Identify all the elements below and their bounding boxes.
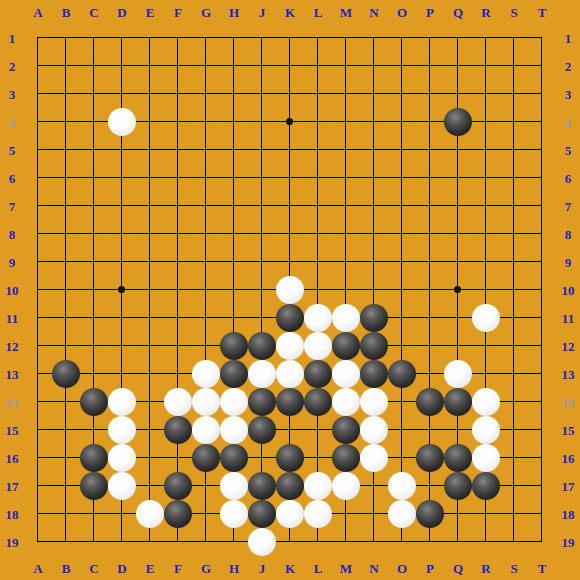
intersection-B16[interactable] [52, 444, 80, 472]
intersection-H13[interactable] [220, 360, 248, 388]
intersection-N12[interactable] [360, 332, 388, 360]
intersection-J17[interactable] [248, 472, 276, 500]
intersection-H10[interactable] [220, 276, 248, 304]
intersection-Q18[interactable] [444, 500, 472, 528]
intersection-P19[interactable] [416, 528, 444, 556]
intersection-J1[interactable] [248, 24, 276, 52]
intersection-P17[interactable] [416, 472, 444, 500]
intersection-G7[interactable] [192, 192, 220, 220]
intersection-L2[interactable] [304, 52, 332, 80]
intersection-D15[interactable] [108, 416, 136, 444]
intersection-N10[interactable] [360, 276, 388, 304]
intersection-P16[interactable] [416, 444, 444, 472]
intersection-F9[interactable] [164, 248, 192, 276]
intersection-K2[interactable] [276, 52, 304, 80]
intersection-J16[interactable] [248, 444, 276, 472]
intersection-P1[interactable] [416, 24, 444, 52]
intersection-K7[interactable] [276, 192, 304, 220]
intersection-N18[interactable] [360, 500, 388, 528]
intersection-M1[interactable] [332, 24, 360, 52]
intersection-P14[interactable] [416, 388, 444, 416]
intersection-T13[interactable] [528, 360, 556, 388]
intersection-H9[interactable] [220, 248, 248, 276]
intersection-K19[interactable] [276, 528, 304, 556]
intersection-L7[interactable] [304, 192, 332, 220]
intersection-B14[interactable] [52, 388, 80, 416]
intersection-A6[interactable] [24, 164, 52, 192]
intersection-F4[interactable] [164, 108, 192, 136]
intersection-A14[interactable] [24, 388, 52, 416]
intersection-E2[interactable] [136, 52, 164, 80]
intersection-K11[interactable] [276, 304, 304, 332]
intersection-N15[interactable] [360, 416, 388, 444]
intersection-J18[interactable] [248, 500, 276, 528]
intersection-F7[interactable] [164, 192, 192, 220]
intersection-G5[interactable] [192, 136, 220, 164]
intersection-E9[interactable] [136, 248, 164, 276]
intersection-M6[interactable] [332, 164, 360, 192]
intersection-P6[interactable] [416, 164, 444, 192]
intersection-G11[interactable] [192, 304, 220, 332]
intersection-E16[interactable] [136, 444, 164, 472]
intersection-F17[interactable] [164, 472, 192, 500]
intersection-E6[interactable] [136, 164, 164, 192]
intersection-K10[interactable] [276, 276, 304, 304]
intersection-B9[interactable] [52, 248, 80, 276]
intersection-N16[interactable] [360, 444, 388, 472]
intersection-N1[interactable] [360, 24, 388, 52]
intersection-A19[interactable] [24, 528, 52, 556]
intersection-F10[interactable] [164, 276, 192, 304]
intersection-F5[interactable] [164, 136, 192, 164]
intersection-M4[interactable] [332, 108, 360, 136]
intersection-B15[interactable] [52, 416, 80, 444]
intersection-B8[interactable] [52, 220, 80, 248]
intersection-M17[interactable] [332, 472, 360, 500]
intersection-H18[interactable] [220, 500, 248, 528]
intersection-L13[interactable] [304, 360, 332, 388]
intersection-E8[interactable] [136, 220, 164, 248]
intersection-Q10[interactable] [444, 276, 472, 304]
intersection-L12[interactable] [304, 332, 332, 360]
intersection-C16[interactable] [80, 444, 108, 472]
intersection-P5[interactable] [416, 136, 444, 164]
intersection-A2[interactable] [24, 52, 52, 80]
intersection-D3[interactable] [108, 80, 136, 108]
intersection-O11[interactable] [388, 304, 416, 332]
intersection-A17[interactable] [24, 472, 52, 500]
intersection-S17[interactable] [500, 472, 528, 500]
intersection-M8[interactable] [332, 220, 360, 248]
intersection-C1[interactable] [80, 24, 108, 52]
intersection-Q14[interactable] [444, 388, 472, 416]
intersection-M14[interactable] [332, 388, 360, 416]
intersection-G4[interactable] [192, 108, 220, 136]
intersection-D10[interactable] [108, 276, 136, 304]
intersection-N7[interactable] [360, 192, 388, 220]
intersection-K9[interactable] [276, 248, 304, 276]
intersection-O9[interactable] [388, 248, 416, 276]
intersection-A9[interactable] [24, 248, 52, 276]
intersection-N13[interactable] [360, 360, 388, 388]
intersection-B2[interactable] [52, 52, 80, 80]
intersection-H12[interactable] [220, 332, 248, 360]
intersection-B5[interactable] [52, 136, 80, 164]
intersection-L18[interactable] [304, 500, 332, 528]
intersection-J7[interactable] [248, 192, 276, 220]
intersection-K17[interactable] [276, 472, 304, 500]
intersection-D8[interactable] [108, 220, 136, 248]
intersection-N4[interactable] [360, 108, 388, 136]
intersection-T14[interactable] [528, 388, 556, 416]
intersection-P12[interactable] [416, 332, 444, 360]
intersection-F8[interactable] [164, 220, 192, 248]
intersection-J4[interactable] [248, 108, 276, 136]
intersection-S5[interactable] [500, 136, 528, 164]
intersection-J15[interactable] [248, 416, 276, 444]
intersection-S9[interactable] [500, 248, 528, 276]
intersection-N11[interactable] [360, 304, 388, 332]
intersection-E13[interactable] [136, 360, 164, 388]
intersection-Q3[interactable] [444, 80, 472, 108]
intersection-A5[interactable] [24, 136, 52, 164]
intersection-S16[interactable] [500, 444, 528, 472]
intersection-F6[interactable] [164, 164, 192, 192]
intersection-O16[interactable] [388, 444, 416, 472]
intersection-B18[interactable] [52, 500, 80, 528]
intersection-Q1[interactable] [444, 24, 472, 52]
intersection-P15[interactable] [416, 416, 444, 444]
intersection-D4[interactable] [108, 108, 136, 136]
intersection-O14[interactable] [388, 388, 416, 416]
intersection-B12[interactable] [52, 332, 80, 360]
intersection-S8[interactable] [500, 220, 528, 248]
intersection-G1[interactable] [192, 24, 220, 52]
intersection-C3[interactable] [80, 80, 108, 108]
intersection-F15[interactable] [164, 416, 192, 444]
intersection-Q9[interactable] [444, 248, 472, 276]
intersection-M13[interactable] [332, 360, 360, 388]
intersection-T16[interactable] [528, 444, 556, 472]
intersection-S19[interactable] [500, 528, 528, 556]
intersection-R18[interactable] [472, 500, 500, 528]
intersection-R14[interactable] [472, 388, 500, 416]
intersection-B10[interactable] [52, 276, 80, 304]
intersection-F1[interactable] [164, 24, 192, 52]
intersection-Q19[interactable] [444, 528, 472, 556]
intersection-P3[interactable] [416, 80, 444, 108]
intersection-F13[interactable] [164, 360, 192, 388]
intersection-C13[interactable] [80, 360, 108, 388]
intersection-A8[interactable] [24, 220, 52, 248]
intersection-K3[interactable] [276, 80, 304, 108]
intersection-R3[interactable] [472, 80, 500, 108]
intersection-H16[interactable] [220, 444, 248, 472]
intersection-R2[interactable] [472, 52, 500, 80]
intersection-P9[interactable] [416, 248, 444, 276]
intersection-P18[interactable] [416, 500, 444, 528]
intersection-T7[interactable] [528, 192, 556, 220]
intersection-A7[interactable] [24, 192, 52, 220]
intersection-S14[interactable] [500, 388, 528, 416]
intersection-D11[interactable] [108, 304, 136, 332]
intersection-J5[interactable] [248, 136, 276, 164]
intersection-F16[interactable] [164, 444, 192, 472]
intersection-J11[interactable] [248, 304, 276, 332]
intersection-D19[interactable] [108, 528, 136, 556]
intersection-J9[interactable] [248, 248, 276, 276]
intersection-E5[interactable] [136, 136, 164, 164]
intersection-F3[interactable] [164, 80, 192, 108]
intersection-T11[interactable] [528, 304, 556, 332]
intersection-S6[interactable] [500, 164, 528, 192]
intersection-R19[interactable] [472, 528, 500, 556]
intersection-R15[interactable] [472, 416, 500, 444]
intersection-H14[interactable] [220, 388, 248, 416]
intersection-L14[interactable] [304, 388, 332, 416]
intersection-G2[interactable] [192, 52, 220, 80]
intersection-L16[interactable] [304, 444, 332, 472]
intersection-Q2[interactable] [444, 52, 472, 80]
intersection-P7[interactable] [416, 192, 444, 220]
intersection-R10[interactable] [472, 276, 500, 304]
intersection-J2[interactable] [248, 52, 276, 80]
intersection-G3[interactable] [192, 80, 220, 108]
intersection-L6[interactable] [304, 164, 332, 192]
intersection-Q11[interactable] [444, 304, 472, 332]
intersection-R1[interactable] [472, 24, 500, 52]
intersection-S12[interactable] [500, 332, 528, 360]
intersection-Q12[interactable] [444, 332, 472, 360]
intersection-A13[interactable] [24, 360, 52, 388]
intersection-E10[interactable] [136, 276, 164, 304]
intersection-T19[interactable] [528, 528, 556, 556]
intersection-E7[interactable] [136, 192, 164, 220]
intersection-F14[interactable] [164, 388, 192, 416]
intersection-D16[interactable] [108, 444, 136, 472]
intersection-K13[interactable] [276, 360, 304, 388]
intersection-E11[interactable] [136, 304, 164, 332]
intersection-K5[interactable] [276, 136, 304, 164]
intersection-L5[interactable] [304, 136, 332, 164]
intersection-F11[interactable] [164, 304, 192, 332]
intersection-R6[interactable] [472, 164, 500, 192]
intersection-N6[interactable] [360, 164, 388, 192]
intersection-Q5[interactable] [444, 136, 472, 164]
intersection-E18[interactable] [136, 500, 164, 528]
intersection-O8[interactable] [388, 220, 416, 248]
intersection-B4[interactable] [52, 108, 80, 136]
intersection-G8[interactable] [192, 220, 220, 248]
intersection-Q16[interactable] [444, 444, 472, 472]
intersection-B17[interactable] [52, 472, 80, 500]
intersection-T4[interactable] [528, 108, 556, 136]
intersection-G18[interactable] [192, 500, 220, 528]
intersection-O17[interactable] [388, 472, 416, 500]
intersection-M18[interactable] [332, 500, 360, 528]
intersection-M7[interactable] [332, 192, 360, 220]
intersection-K4[interactable] [276, 108, 304, 136]
intersection-L8[interactable] [304, 220, 332, 248]
intersection-S1[interactable] [500, 24, 528, 52]
intersection-M11[interactable] [332, 304, 360, 332]
intersection-E14[interactable] [136, 388, 164, 416]
intersection-B11[interactable] [52, 304, 80, 332]
intersection-H19[interactable] [220, 528, 248, 556]
intersection-N17[interactable] [360, 472, 388, 500]
intersection-Q4[interactable] [444, 108, 472, 136]
intersection-A18[interactable] [24, 500, 52, 528]
intersection-H5[interactable] [220, 136, 248, 164]
intersection-T12[interactable] [528, 332, 556, 360]
intersection-J3[interactable] [248, 80, 276, 108]
intersection-Q13[interactable] [444, 360, 472, 388]
intersection-T10[interactable] [528, 276, 556, 304]
intersection-N2[interactable] [360, 52, 388, 80]
intersection-L4[interactable] [304, 108, 332, 136]
intersection-G14[interactable] [192, 388, 220, 416]
intersection-P8[interactable] [416, 220, 444, 248]
intersection-O19[interactable] [388, 528, 416, 556]
intersection-N9[interactable] [360, 248, 388, 276]
intersection-Q7[interactable] [444, 192, 472, 220]
intersection-Q15[interactable] [444, 416, 472, 444]
intersection-T5[interactable] [528, 136, 556, 164]
intersection-F18[interactable] [164, 500, 192, 528]
intersection-J6[interactable] [248, 164, 276, 192]
intersection-G6[interactable] [192, 164, 220, 192]
intersection-K1[interactable] [276, 24, 304, 52]
intersection-C7[interactable] [80, 192, 108, 220]
intersection-Q8[interactable] [444, 220, 472, 248]
intersection-L3[interactable] [304, 80, 332, 108]
intersection-D17[interactable] [108, 472, 136, 500]
intersection-R13[interactable] [472, 360, 500, 388]
intersection-H8[interactable] [220, 220, 248, 248]
intersection-C2[interactable] [80, 52, 108, 80]
intersection-G19[interactable] [192, 528, 220, 556]
intersection-S4[interactable] [500, 108, 528, 136]
intersection-S18[interactable] [500, 500, 528, 528]
intersection-C19[interactable] [80, 528, 108, 556]
intersection-O1[interactable] [388, 24, 416, 52]
intersection-S2[interactable] [500, 52, 528, 80]
intersection-F19[interactable] [164, 528, 192, 556]
intersection-R11[interactable] [472, 304, 500, 332]
intersection-K6[interactable] [276, 164, 304, 192]
intersection-B3[interactable] [52, 80, 80, 108]
intersection-H1[interactable] [220, 24, 248, 52]
intersection-B19[interactable] [52, 528, 80, 556]
intersection-N14[interactable] [360, 388, 388, 416]
intersection-C6[interactable] [80, 164, 108, 192]
intersection-P10[interactable] [416, 276, 444, 304]
intersection-M9[interactable] [332, 248, 360, 276]
intersection-A4[interactable] [24, 108, 52, 136]
intersection-L9[interactable] [304, 248, 332, 276]
intersection-L10[interactable] [304, 276, 332, 304]
intersection-B1[interactable] [52, 24, 80, 52]
intersection-T6[interactable] [528, 164, 556, 192]
intersection-R4[interactable] [472, 108, 500, 136]
intersection-E19[interactable] [136, 528, 164, 556]
intersection-A3[interactable] [24, 80, 52, 108]
intersection-P4[interactable] [416, 108, 444, 136]
intersection-D18[interactable] [108, 500, 136, 528]
intersection-L17[interactable] [304, 472, 332, 500]
intersection-H17[interactable] [220, 472, 248, 500]
intersection-E1[interactable] [136, 24, 164, 52]
intersection-O6[interactable] [388, 164, 416, 192]
intersection-O7[interactable] [388, 192, 416, 220]
intersection-Q17[interactable] [444, 472, 472, 500]
intersection-G17[interactable] [192, 472, 220, 500]
intersection-S11[interactable] [500, 304, 528, 332]
intersection-C18[interactable] [80, 500, 108, 528]
intersection-C10[interactable] [80, 276, 108, 304]
intersection-T9[interactable] [528, 248, 556, 276]
intersection-J19[interactable] [248, 528, 276, 556]
intersection-O15[interactable] [388, 416, 416, 444]
intersection-H11[interactable] [220, 304, 248, 332]
intersection-O3[interactable] [388, 80, 416, 108]
intersection-K14[interactable] [276, 388, 304, 416]
intersection-D5[interactable] [108, 136, 136, 164]
intersection-E4[interactable] [136, 108, 164, 136]
intersection-M10[interactable] [332, 276, 360, 304]
intersection-D1[interactable] [108, 24, 136, 52]
intersection-H15[interactable] [220, 416, 248, 444]
intersection-D9[interactable] [108, 248, 136, 276]
intersection-A10[interactable] [24, 276, 52, 304]
intersection-R7[interactable] [472, 192, 500, 220]
intersection-C5[interactable] [80, 136, 108, 164]
intersection-C12[interactable] [80, 332, 108, 360]
intersection-C8[interactable] [80, 220, 108, 248]
intersection-O10[interactable] [388, 276, 416, 304]
intersection-M19[interactable] [332, 528, 360, 556]
intersection-E15[interactable] [136, 416, 164, 444]
intersection-L15[interactable] [304, 416, 332, 444]
intersection-E17[interactable] [136, 472, 164, 500]
intersection-O13[interactable] [388, 360, 416, 388]
intersection-R17[interactable] [472, 472, 500, 500]
intersection-S7[interactable] [500, 192, 528, 220]
intersection-M16[interactable] [332, 444, 360, 472]
intersection-H6[interactable] [220, 164, 248, 192]
intersection-B6[interactable] [52, 164, 80, 192]
intersection-H7[interactable] [220, 192, 248, 220]
intersection-D2[interactable] [108, 52, 136, 80]
intersection-R8[interactable] [472, 220, 500, 248]
intersection-A12[interactable] [24, 332, 52, 360]
intersection-K15[interactable] [276, 416, 304, 444]
intersection-R9[interactable] [472, 248, 500, 276]
intersection-G13[interactable] [192, 360, 220, 388]
intersection-M2[interactable] [332, 52, 360, 80]
intersection-F2[interactable] [164, 52, 192, 80]
intersection-C15[interactable] [80, 416, 108, 444]
intersection-C14[interactable] [80, 388, 108, 416]
intersection-T17[interactable] [528, 472, 556, 500]
intersection-S3[interactable] [500, 80, 528, 108]
intersection-D12[interactable] [108, 332, 136, 360]
intersection-A16[interactable] [24, 444, 52, 472]
intersection-T18[interactable] [528, 500, 556, 528]
intersection-L1[interactable] [304, 24, 332, 52]
intersection-B13[interactable] [52, 360, 80, 388]
intersection-D14[interactable] [108, 388, 136, 416]
